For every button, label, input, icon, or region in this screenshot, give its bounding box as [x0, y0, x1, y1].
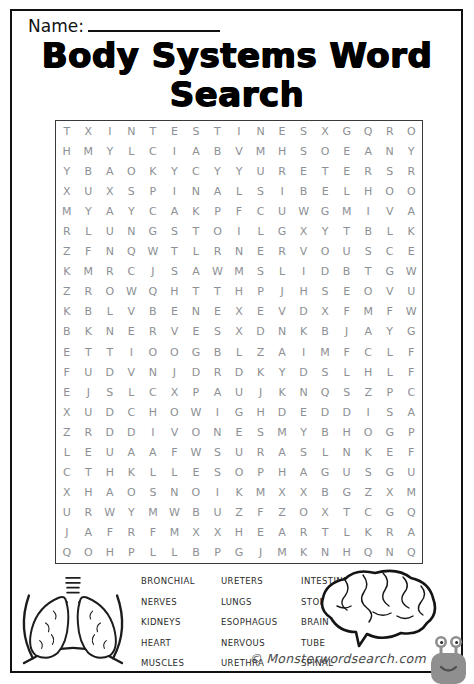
credit-text: © Monsterwordsearch.com: [249, 651, 426, 666]
grid-cell: Y: [379, 322, 401, 342]
grid-cell: O: [121, 161, 143, 181]
word-list-item: KIDNEYS: [141, 617, 207, 627]
grid-cell: P: [250, 463, 272, 483]
grid-cell: T: [78, 342, 100, 362]
grid-cell: C: [142, 201, 164, 221]
grid-cell: U: [78, 402, 100, 422]
grid-cell: L: [379, 342, 401, 362]
grid-cell: D: [314, 402, 336, 422]
grid-cell: X: [78, 121, 100, 141]
grid-cell: K: [78, 322, 100, 342]
grid-cell: V: [379, 201, 401, 221]
grid-cell: N: [99, 242, 121, 262]
grid-cell: P: [207, 201, 229, 221]
grid-cell: F: [336, 302, 358, 322]
word-list-item: MUSCLES: [141, 658, 207, 668]
grid-cell: E: [164, 302, 186, 322]
title-line-2: Search: [0, 75, 474, 114]
grid-cell: G: [379, 262, 401, 282]
grid-cell: A: [99, 161, 121, 181]
grid-cell: Y: [164, 161, 186, 181]
grid-cell: J: [250, 543, 272, 563]
grid-cell: Y: [121, 201, 143, 221]
grid-cell: A: [400, 523, 422, 543]
grid-cell: L: [336, 362, 358, 382]
grid-cell: T: [357, 262, 379, 282]
grid-cell: T: [185, 282, 207, 302]
grid-cell: S: [293, 121, 315, 141]
grid-cell: I: [293, 262, 315, 282]
grid-cell: Q: [357, 543, 379, 563]
grid-cell: A: [271, 442, 293, 462]
grid-cell: O: [293, 503, 315, 523]
grid-cell: G: [400, 322, 422, 342]
grid-cell: N: [271, 322, 293, 342]
grid-cell: O: [357, 422, 379, 442]
worksheet-page: Name: Body Systems Word Search TXINTESTI…: [0, 0, 474, 684]
grid-cell: S: [207, 463, 229, 483]
grid-cell: E: [185, 463, 207, 483]
grid-cell: W: [293, 201, 315, 221]
grid-cell: F: [250, 503, 272, 523]
word-list-column: BRONCHIALNERVESKIDNEYSHEARTMUSCLES: [141, 576, 207, 679]
grid-cell: R: [78, 282, 100, 302]
grid-cell: O: [185, 422, 207, 442]
grid-cell: L: [121, 141, 143, 161]
grid-cell: W: [164, 503, 186, 523]
grid-cell: B: [207, 342, 229, 362]
grid-cell: S: [121, 181, 143, 201]
grid-cell: M: [314, 342, 336, 362]
grid-cell: H: [78, 483, 100, 503]
name-blank-line: [88, 14, 220, 32]
word-list-item: URETERS: [221, 576, 287, 586]
grid-cell: M: [271, 422, 293, 442]
grid-cell: W: [99, 503, 121, 523]
grid-cell: R: [293, 523, 315, 543]
grid-cell: N: [250, 121, 272, 141]
grid-cell: V: [271, 302, 293, 322]
grid-cell: N: [99, 322, 121, 342]
grid-cell: S: [314, 362, 336, 382]
page-title: Body Systems Word Search: [0, 36, 474, 114]
grid-cell: A: [99, 483, 121, 503]
grid-cell: S: [379, 161, 401, 181]
grid-cell: B: [314, 322, 336, 342]
grid-cell: H: [142, 402, 164, 422]
grid-cell: N: [164, 483, 186, 503]
grid-cell: K: [293, 322, 315, 342]
grid-cell: R: [78, 503, 100, 523]
grid-cell: K: [185, 201, 207, 221]
grid-cell: N: [185, 302, 207, 322]
grid-cell: N: [121, 221, 143, 241]
grid-cell: L: [336, 523, 358, 543]
grid-cell: S: [99, 382, 121, 402]
grid-cell: N: [293, 382, 315, 402]
grid-cell: U: [250, 161, 272, 181]
grid-cell: N: [207, 422, 229, 442]
grid-cell: R: [379, 121, 401, 141]
grid-cell: H: [228, 282, 250, 302]
grid-cell: J: [142, 262, 164, 282]
grid-cell: J: [250, 382, 272, 402]
grid-cell: O: [78, 543, 100, 563]
grid-cell: A: [185, 141, 207, 161]
grid-cell: A: [400, 402, 422, 422]
grid-cell: Y: [228, 161, 250, 181]
grid-cell: Y: [207, 161, 229, 181]
grid-cell: H: [336, 422, 358, 442]
grid-cell: G: [314, 463, 336, 483]
grid-cell: G: [336, 121, 358, 141]
grid-cell: K: [271, 382, 293, 402]
grid-cell: T: [164, 242, 186, 262]
grid-cell: S: [185, 121, 207, 141]
grid-cell: V: [379, 282, 401, 302]
grid-cell: J: [78, 382, 100, 402]
grid-cell: E: [228, 422, 250, 442]
grid-cell: W: [121, 282, 143, 302]
grid-cell: X: [56, 402, 78, 422]
word-list-item: NERVES: [141, 597, 207, 607]
grid-cell: K: [56, 302, 78, 322]
grid-cell: Z: [357, 382, 379, 402]
grid-cell: X: [271, 483, 293, 503]
grid-cell: H: [164, 282, 186, 302]
grid-cell: H: [357, 362, 379, 382]
grid-cell: D: [293, 362, 315, 382]
grid-cell: Z: [250, 342, 272, 362]
grid-cell: Y: [56, 161, 78, 181]
grid-cell: L: [142, 463, 164, 483]
monster-mascot: [423, 634, 473, 684]
grid-cell: U: [228, 382, 250, 402]
grid-cell: C: [56, 463, 78, 483]
grid-cell: G: [185, 342, 207, 362]
grid-cell: H: [271, 141, 293, 161]
grid-cell: A: [78, 523, 100, 543]
grid-cell: E: [271, 121, 293, 141]
grid-cell: U: [228, 442, 250, 462]
grid-cell: R: [400, 161, 422, 181]
grid-cell: O: [207, 221, 229, 241]
grid-cell: B: [185, 503, 207, 523]
grid-cell: O: [379, 181, 401, 201]
grid-cell: L: [336, 181, 358, 201]
grid-cell: U: [271, 201, 293, 221]
grid-cell: K: [357, 523, 379, 543]
grid-cell: U: [400, 282, 422, 302]
grid-cell: E: [56, 382, 78, 402]
grid-cell: E: [250, 523, 272, 543]
grid-cell: S: [314, 282, 336, 302]
grid-cell: L: [78, 221, 100, 241]
grid-cell: R: [207, 362, 229, 382]
grid-cell: Y: [314, 221, 336, 241]
grid-cell: B: [142, 302, 164, 322]
grid-cell: E: [293, 161, 315, 181]
grid-cell: M: [164, 523, 186, 543]
grid-cell: X: [228, 322, 250, 342]
grid-cell: L: [228, 342, 250, 362]
grid-cell: B: [293, 181, 315, 201]
grid-cell: C: [142, 382, 164, 402]
grid-cell: N: [228, 242, 250, 262]
grid-cell: Z: [56, 422, 78, 442]
grid-cell: X: [56, 181, 78, 201]
grid-cell: V: [228, 141, 250, 161]
grid-cell: C: [121, 402, 143, 422]
grid-cell: J: [56, 523, 78, 543]
grid-cell: K: [293, 543, 315, 563]
grid-cell: P: [250, 282, 272, 302]
grid-cell: M: [250, 483, 272, 503]
grid-cell: L: [250, 221, 272, 241]
grid-cell: A: [357, 141, 379, 161]
grid-cell: D: [99, 362, 121, 382]
grid-cell: Y: [293, 422, 315, 442]
grid-cell: U: [336, 463, 358, 483]
grid-cell: U: [78, 181, 100, 201]
grid-cell: N: [336, 442, 358, 462]
grid-cell: S: [293, 442, 315, 462]
grid-cell: G: [379, 463, 401, 483]
grid-cell: I: [207, 483, 229, 503]
grid-cell: D: [293, 302, 315, 322]
grid-cell: O: [314, 141, 336, 161]
grid-cell: B: [314, 422, 336, 442]
grid-cell: D: [228, 362, 250, 382]
grid-cell: A: [121, 442, 143, 462]
grid-cell: O: [142, 342, 164, 362]
grid-cell: T: [336, 221, 358, 241]
grid-cell: H: [99, 543, 121, 563]
grid-cell: C: [121, 262, 143, 282]
grid-cell: I: [164, 181, 186, 201]
grid-cell: S: [357, 463, 379, 483]
grid-cell: X: [207, 523, 229, 543]
grid-cell: I: [228, 221, 250, 241]
grid-cell: B: [207, 141, 229, 161]
grid-cell: A: [357, 322, 379, 342]
grid-cell: V: [121, 362, 143, 382]
grid-cell: L: [379, 362, 401, 382]
grid-cell: A: [142, 442, 164, 462]
grid-cell: S: [336, 382, 358, 402]
grid-cell: R: [271, 242, 293, 262]
title-line-1: Body Systems Word: [0, 36, 474, 75]
grid-cell: S: [293, 141, 315, 161]
grid-cell: X: [99, 181, 121, 201]
grid-cell: L: [314, 442, 336, 462]
grid-cell: H: [336, 543, 358, 563]
grid-cell: R: [99, 262, 121, 282]
grid-cell: H: [56, 141, 78, 161]
grid-cell: R: [121, 523, 143, 543]
grid-cell: I: [121, 342, 143, 362]
grid-cell: E: [164, 121, 186, 141]
grid-cell: U: [99, 221, 121, 241]
word-list-item: LUNGS: [221, 597, 287, 607]
grid-cell: I: [271, 181, 293, 201]
grid-cell: T: [314, 161, 336, 181]
grid-cell: E: [207, 302, 229, 322]
grid-cell: T: [207, 282, 229, 302]
grid-cell: K: [142, 161, 164, 181]
grid-cell: G: [379, 503, 401, 523]
grid-cell: M: [400, 483, 422, 503]
grid-cell: O: [185, 483, 207, 503]
grid-cell: S: [142, 483, 164, 503]
grid-cell: E: [78, 442, 100, 462]
grid-cell: L: [142, 543, 164, 563]
grid-cell: W: [185, 402, 207, 422]
grid-cell: L: [164, 543, 186, 563]
grid-cell: S: [357, 242, 379, 262]
grid-cell: T: [207, 121, 229, 141]
grid-cell: Y: [121, 503, 143, 523]
grid-cell: Q: [357, 121, 379, 141]
grid-cell: M: [357, 302, 379, 322]
grid-cell: I: [164, 141, 186, 161]
grid-cell: Y: [78, 201, 100, 221]
grid-cell: X: [56, 483, 78, 503]
grid-cell: C: [250, 201, 272, 221]
grid-cell: X: [314, 503, 336, 523]
grid-cell: M: [271, 543, 293, 563]
grid-cell: C: [357, 503, 379, 523]
grid-cell: G: [142, 221, 164, 241]
grid-cell: Q: [121, 242, 143, 262]
grid-cell: K: [228, 483, 250, 503]
grid-cell: C: [379, 242, 401, 262]
grid-cell: Z: [56, 242, 78, 262]
grid-cell: X: [379, 483, 401, 503]
grid-cell: Y: [99, 141, 121, 161]
grid-cell: O: [121, 483, 143, 503]
grid-cell: H: [293, 282, 315, 302]
grid-cell: R: [207, 242, 229, 262]
grid-cell: M: [56, 201, 78, 221]
grid-cell: F: [400, 442, 422, 462]
grid-cell: I: [99, 121, 121, 141]
grid-cell: B: [185, 543, 207, 563]
grid-cell: Q: [142, 282, 164, 302]
name-field: Name:: [28, 14, 220, 36]
grid-cell: E: [400, 242, 422, 262]
grid-cell: F: [228, 201, 250, 221]
grid-cell: I: [293, 342, 315, 362]
grid-cell: I: [357, 402, 379, 422]
grid-cell: S: [250, 422, 272, 442]
grid-cell: Q: [400, 503, 422, 523]
grid-cell: A: [164, 201, 186, 221]
grid-cell: F: [379, 302, 401, 322]
word-search-grid: TXINTESTINESXGQROHMYLCIABVMHSOEANYYBAOKY…: [55, 120, 423, 564]
grid-cell: I: [207, 402, 229, 422]
grid-cell: G: [228, 543, 250, 563]
grid-cell: Z: [357, 483, 379, 503]
grid-cell: Q: [314, 382, 336, 402]
grid-cell: P: [121, 543, 143, 563]
grid-cell: C: [357, 342, 379, 362]
grid-cell: L: [271, 262, 293, 282]
grid-cell: D: [336, 402, 358, 422]
grid-cell: D: [99, 402, 121, 422]
grid-cell: G: [379, 422, 401, 442]
grid-cell: E: [379, 442, 401, 462]
grid-cell: E: [336, 282, 358, 302]
grid-cell: X: [293, 483, 315, 503]
grid-cell: K: [250, 362, 272, 382]
grid-cell: I: [228, 121, 250, 141]
word-list-item: ESOPHAGUS: [221, 617, 287, 627]
grid-cell: K: [357, 442, 379, 462]
grid-cell: M: [228, 262, 250, 282]
grid-cell: N: [379, 543, 401, 563]
grid-cell: W: [207, 262, 229, 282]
grid-cell: P: [207, 543, 229, 563]
grid-cell: K: [121, 463, 143, 483]
grid-cell: U: [400, 463, 422, 483]
grid-cell: B: [357, 221, 379, 241]
grid-cell: A: [99, 201, 121, 221]
grid-cell: E: [336, 141, 358, 161]
grid-cell: Q: [400, 543, 422, 563]
grid-cell: F: [56, 362, 78, 382]
grid-cell: S: [207, 442, 229, 462]
grid-cell: Y: [400, 141, 422, 161]
grid-cell: B: [56, 322, 78, 342]
grid-cell: V: [164, 322, 186, 342]
grid-cell: N: [142, 362, 164, 382]
grid-cell: R: [56, 221, 78, 241]
grid-cell: L: [379, 221, 401, 241]
grid-cell: Z: [228, 503, 250, 523]
grid-cell: R: [271, 161, 293, 181]
grid-cell: R: [142, 322, 164, 342]
grid-cell: T: [142, 121, 164, 141]
grid-cell: M: [142, 503, 164, 523]
grid-cell: L: [164, 463, 186, 483]
grid-cell: D: [271, 402, 293, 422]
grid-cell: A: [271, 523, 293, 543]
grid-cell: A: [207, 382, 229, 402]
grid-cell: P: [400, 422, 422, 442]
grid-cell: H: [250, 402, 272, 422]
grid-cell: X: [314, 121, 336, 141]
grid-cell: G: [271, 221, 293, 241]
grid-cell: M: [78, 141, 100, 161]
grid-cell: A: [271, 342, 293, 362]
grid-cell: U: [56, 503, 78, 523]
grid-cell: B: [336, 262, 358, 282]
grid-cell: L: [56, 442, 78, 462]
grid-cell: U: [78, 362, 100, 382]
grid-cell: U: [336, 242, 358, 262]
grid-cell: G: [228, 402, 250, 422]
grid-cell: R: [250, 442, 272, 462]
grid-cell: X: [164, 382, 186, 402]
grid-cell: S: [250, 262, 272, 282]
grid-cell: X: [228, 302, 250, 322]
grid-cell: X: [185, 523, 207, 543]
grid-cell: H: [357, 181, 379, 201]
grid-cell: I: [142, 422, 164, 442]
grid-cell: E: [185, 322, 207, 342]
grid-cell: K: [400, 221, 422, 241]
